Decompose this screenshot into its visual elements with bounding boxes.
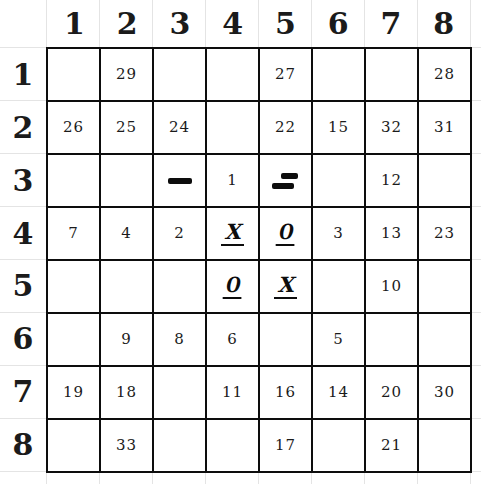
cell-r3c2[interactable] <box>101 155 152 206</box>
cell-r5c2[interactable] <box>101 261 152 312</box>
cell-number: 9 <box>121 332 132 347</box>
o-mark: O <box>276 221 295 246</box>
column-header-3: 3 <box>154 0 207 47</box>
game-board: 29272826252422153231112742XO31323OX10986… <box>46 47 472 473</box>
cell-number: 19 <box>63 385 84 400</box>
cell-number: 8 <box>174 332 185 347</box>
row-header-8: 8 <box>0 418 46 471</box>
cell-r7c6[interactable]: 14 <box>313 367 364 418</box>
row-header-4: 4 <box>0 207 46 260</box>
cell-number: 27 <box>275 67 296 82</box>
cell-r4c1[interactable]: 7 <box>48 208 99 259</box>
x-mark: X <box>274 274 296 299</box>
cell-number: 2 <box>174 226 185 241</box>
cell-r7c4[interactable]: 11 <box>207 367 258 418</box>
cell-number: 25 <box>116 120 137 135</box>
cell-number: 31 <box>434 120 455 135</box>
cell-r4c7[interactable]: 13 <box>366 208 417 259</box>
cell-r5c3[interactable] <box>154 261 205 312</box>
cell-r4c8[interactable]: 23 <box>419 208 470 259</box>
cell-r1c1[interactable] <box>48 49 99 100</box>
cell-r1c6[interactable] <box>313 49 364 100</box>
row-header-2: 2 <box>0 102 46 155</box>
cell-r8c1[interactable] <box>48 420 99 471</box>
cell-r6c3[interactable]: 8 <box>154 314 205 365</box>
cell-number: 7 <box>68 226 79 241</box>
cell-r2c1[interactable]: 26 <box>48 102 99 153</box>
row-headers: 12345678 <box>0 49 46 471</box>
cell-r2c2[interactable]: 25 <box>101 102 152 153</box>
cell-r2c6[interactable]: 15 <box>313 102 364 153</box>
row-header-6: 6 <box>0 313 46 366</box>
cell-r4c4[interactable]: X <box>207 208 258 259</box>
cell-r6c1[interactable] <box>48 314 99 365</box>
cell-r5c5[interactable]: X <box>260 261 311 312</box>
cell-r7c3[interactable] <box>154 367 205 418</box>
cell-number: 10 <box>381 279 402 294</box>
column-header-5: 5 <box>259 0 312 47</box>
cell-number: 30 <box>434 385 455 400</box>
row-header-1: 1 <box>0 49 46 102</box>
cell-r5c7[interactable]: 10 <box>366 261 417 312</box>
cell-r8c2[interactable]: 33 <box>101 420 152 471</box>
puzzle-screen: 12345678 12345678 2927282625242215323111… <box>0 0 481 484</box>
equals-mark <box>272 173 300 189</box>
cell-number: 15 <box>328 120 349 135</box>
cell-r1c2[interactable]: 29 <box>101 49 152 100</box>
cell-r2c5[interactable]: 22 <box>260 102 311 153</box>
cell-number: 21 <box>381 438 402 453</box>
cell-r3c6[interactable] <box>313 155 364 206</box>
cell-r4c6[interactable]: 3 <box>313 208 364 259</box>
cell-r1c5[interactable]: 27 <box>260 49 311 100</box>
dash-mark <box>168 178 192 184</box>
cell-number: 33 <box>116 438 137 453</box>
cell-r4c2[interactable]: 4 <box>101 208 152 259</box>
cell-number: 6 <box>227 332 238 347</box>
cell-r2c4[interactable] <box>207 102 258 153</box>
cell-r2c8[interactable]: 31 <box>419 102 470 153</box>
column-header-2: 2 <box>101 0 154 47</box>
cell-r6c5[interactable] <box>260 314 311 365</box>
cell-r8c7[interactable]: 21 <box>366 420 417 471</box>
cell-number: 5 <box>333 332 344 347</box>
row-header-7: 7 <box>0 366 46 419</box>
cell-r7c5[interactable]: 16 <box>260 367 311 418</box>
cell-r6c8[interactable] <box>419 314 470 365</box>
cell-r7c2[interactable]: 18 <box>101 367 152 418</box>
column-header-6: 6 <box>312 0 365 47</box>
cell-number: 22 <box>275 120 296 135</box>
cell-number: 3 <box>333 226 344 241</box>
cell-r6c7[interactable] <box>366 314 417 365</box>
cell-r3c8[interactable] <box>419 155 470 206</box>
o-mark: O <box>223 274 242 299</box>
cell-number: 23 <box>434 226 455 241</box>
cell-number: 28 <box>434 67 455 82</box>
cell-r7c7[interactable]: 20 <box>366 367 417 418</box>
cell-number: 20 <box>381 385 402 400</box>
cell-r6c4[interactable]: 6 <box>207 314 258 365</box>
cell-r7c1[interactable]: 19 <box>48 367 99 418</box>
cell-number: 32 <box>381 120 402 135</box>
cell-number: 17 <box>275 438 296 453</box>
cell-r3c7[interactable]: 12 <box>366 155 417 206</box>
cell-number: 29 <box>116 67 137 82</box>
x-mark: X <box>221 221 243 246</box>
equals-top-bar <box>281 173 298 179</box>
cell-r1c8[interactable]: 28 <box>419 49 470 100</box>
cell-r8c8[interactable] <box>419 420 470 471</box>
cell-r1c7[interactable] <box>366 49 417 100</box>
cell-r5c6[interactable] <box>313 261 364 312</box>
cell-r3c4[interactable]: 1 <box>207 155 258 206</box>
cell-r1c4[interactable] <box>207 49 258 100</box>
cell-r5c4[interactable]: O <box>207 261 258 312</box>
cell-r1c3[interactable] <box>154 49 205 100</box>
cell-r3c3[interactable] <box>154 155 205 206</box>
cell-r4c3[interactable]: 2 <box>154 208 205 259</box>
cell-r5c1[interactable] <box>48 261 99 312</box>
cell-number: 24 <box>169 120 190 135</box>
column-header-8: 8 <box>417 0 470 47</box>
cell-number: 18 <box>116 385 137 400</box>
cell-r4c5[interactable]: O <box>260 208 311 259</box>
cell-number: 26 <box>63 120 84 135</box>
equals-bottom-bar <box>272 183 294 189</box>
cell-r2c7[interactable]: 32 <box>366 102 417 153</box>
cell-r6c2[interactable]: 9 <box>101 314 152 365</box>
cell-r8c4[interactable] <box>207 420 258 471</box>
cell-r7c8[interactable]: 30 <box>419 367 470 418</box>
cell-r3c1[interactable] <box>48 155 99 206</box>
cell-r6c6[interactable]: 5 <box>313 314 364 365</box>
row-header-3: 3 <box>0 155 46 208</box>
row-header-5: 5 <box>0 260 46 313</box>
cell-r8c3[interactable] <box>154 420 205 471</box>
cell-r5c8[interactable] <box>419 261 470 312</box>
cell-r3c5[interactable] <box>260 155 311 206</box>
cell-number: 4 <box>121 226 132 241</box>
cell-number: 1 <box>227 173 238 188</box>
cell-number: 16 <box>275 385 296 400</box>
column-headers: 12345678 <box>48 0 470 47</box>
cell-number: 12 <box>381 173 402 188</box>
cell-r2c3[interactable]: 24 <box>154 102 205 153</box>
column-header-4: 4 <box>206 0 259 47</box>
column-header-7: 7 <box>365 0 418 47</box>
column-header-1: 1 <box>48 0 101 47</box>
cell-r8c6[interactable] <box>313 420 364 471</box>
cell-r8c5[interactable]: 17 <box>260 420 311 471</box>
cell-number: 13 <box>381 226 402 241</box>
cell-number: 14 <box>328 385 349 400</box>
cell-number: 11 <box>222 385 243 400</box>
